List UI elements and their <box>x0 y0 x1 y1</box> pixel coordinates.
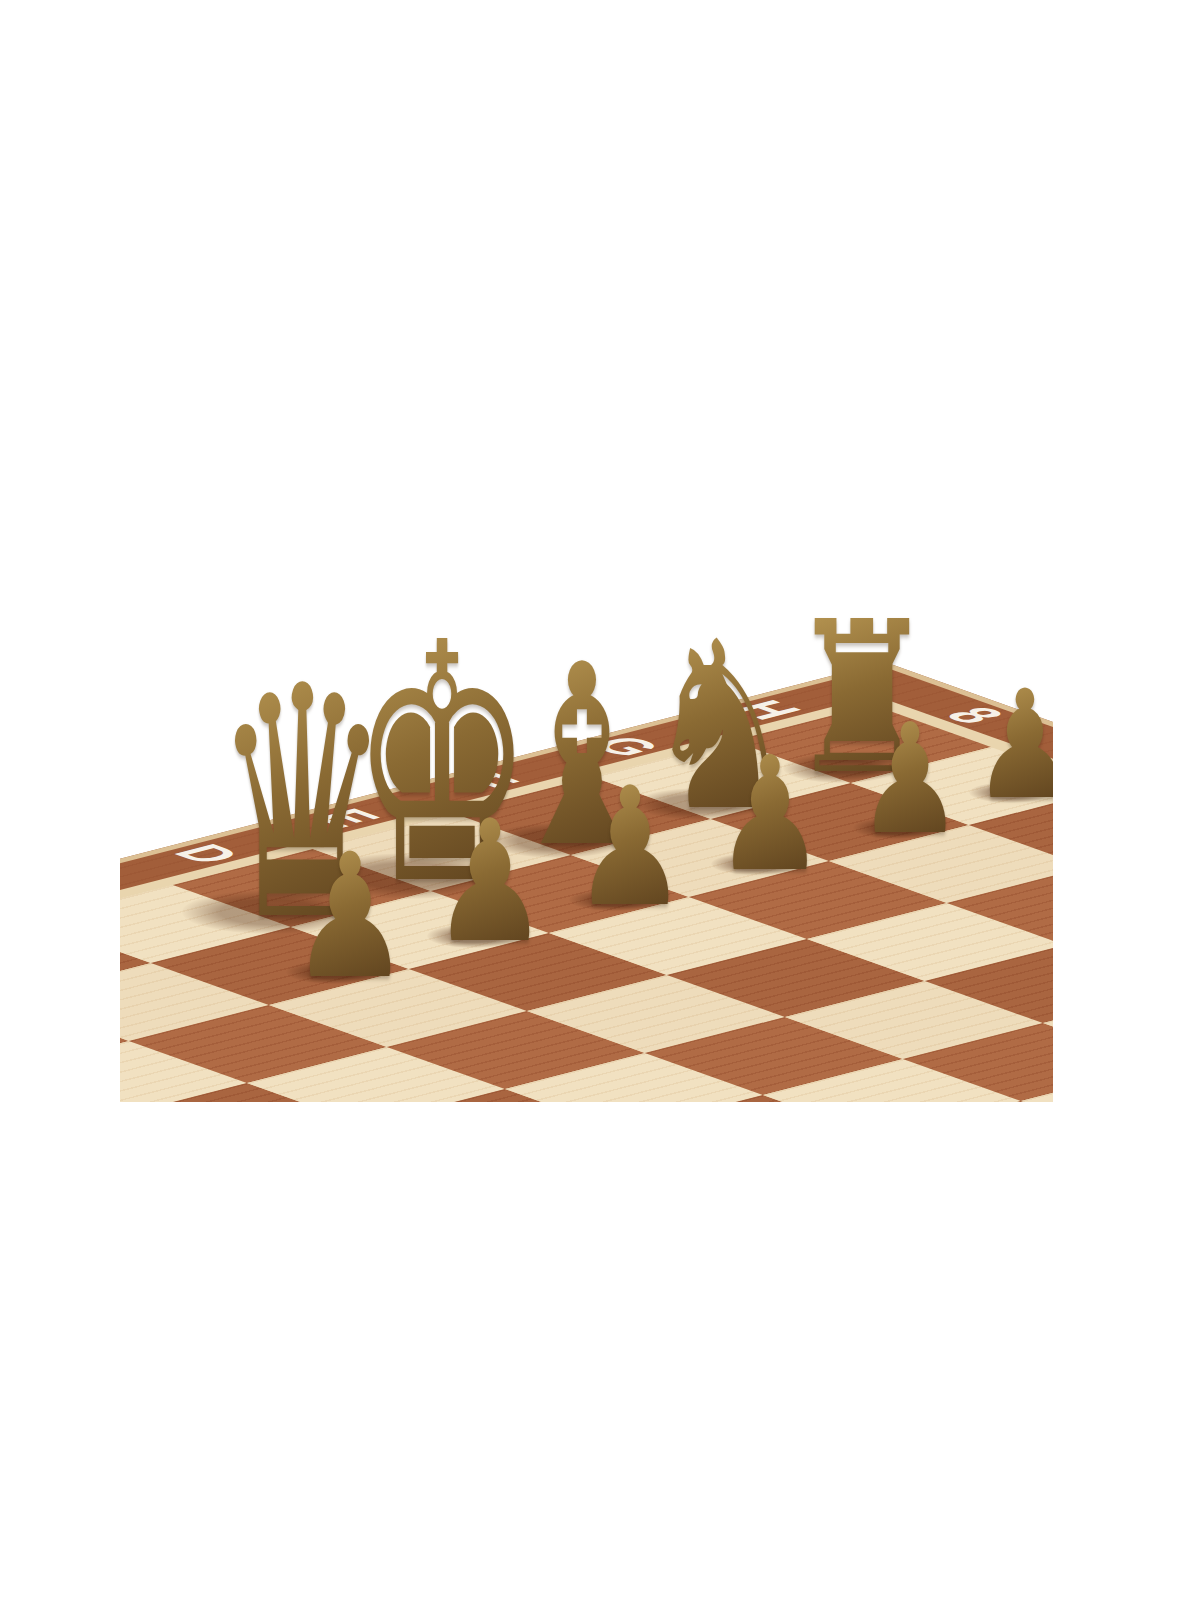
piece-pawn-d7: ♟ <box>431 798 548 966</box>
piece-pawn-h7: ♟ <box>973 670 1053 820</box>
piece-pawn-f7: ♟ <box>715 735 825 893</box>
piece-pawn-e7: ♟ <box>573 766 688 930</box>
photo-crop: ABCDEFGH 87654321 ♜♟♞♟♝♟♚♟♛♟♟ <box>120 592 1053 1102</box>
piece-pawn-c7: ♟ <box>290 831 410 1003</box>
product-photo-canvas: ABCDEFGH 87654321 ♜♟♞♟♝♟♚♟♛♟♟ <box>0 0 1200 1600</box>
pieces-layer: ♜♟♞♟♝♟♚♟♛♟♟ <box>120 592 1053 1102</box>
piece-pawn-g7: ♟ <box>857 704 963 856</box>
